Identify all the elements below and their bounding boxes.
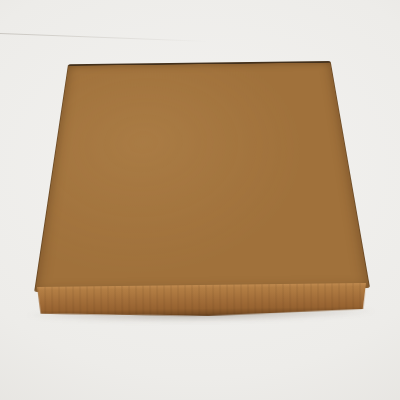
checkerboard-grid <box>46 68 357 284</box>
chessboard-box <box>0 0 400 400</box>
photo-backdrop <box>0 0 400 400</box>
board-top-surface <box>34 61 370 292</box>
